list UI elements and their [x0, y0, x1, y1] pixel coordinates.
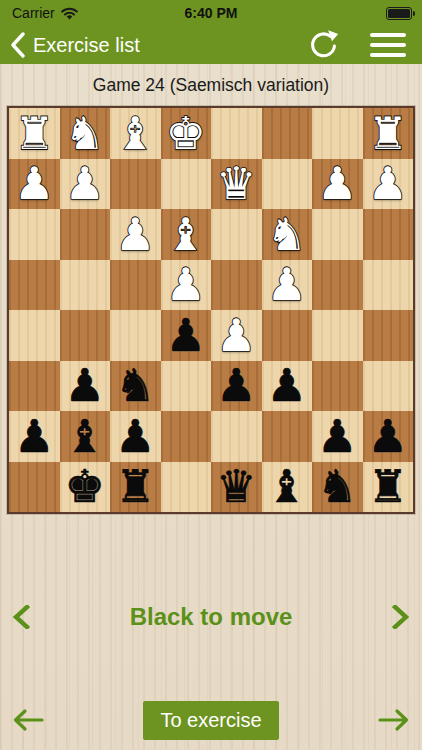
- piece-black-queen: ♛: [211, 462, 262, 513]
- square[interactable]: [262, 108, 313, 159]
- next-chevron-icon: [392, 605, 409, 629]
- square[interactable]: [60, 209, 111, 260]
- footer-bar: To exercise: [0, 694, 422, 746]
- square[interactable]: ♟: [262, 260, 313, 311]
- refresh-button[interactable]: [307, 29, 340, 62]
- status-bar: Carrier 6:40 PM: [0, 0, 422, 24]
- square[interactable]: [312, 310, 363, 361]
- navigation-bar: Exercise list: [0, 24, 422, 66]
- piece-white-rook: ♜: [363, 108, 414, 159]
- piece-white-pawn: ♟: [211, 310, 262, 361]
- piece-white-knight: ♞: [60, 108, 111, 159]
- piece-black-king: ♚: [60, 462, 111, 513]
- square[interactable]: ♟: [312, 159, 363, 210]
- square[interactable]: [60, 310, 111, 361]
- square[interactable]: [363, 209, 414, 260]
- square[interactable]: [9, 260, 60, 311]
- square[interactable]: ♟: [110, 209, 161, 260]
- move-navigation: Black to move: [0, 596, 422, 638]
- square[interactable]: ♞: [312, 462, 363, 513]
- square[interactable]: [110, 260, 161, 311]
- piece-white-bishop: ♝: [161, 209, 212, 260]
- square[interactable]: ♟: [110, 411, 161, 462]
- square[interactable]: [363, 361, 414, 412]
- piece-white-queen: ♛: [211, 159, 262, 210]
- piece-black-pawn: ♟: [9, 411, 60, 462]
- square[interactable]: ♚: [161, 108, 212, 159]
- square[interactable]: ♝: [110, 108, 161, 159]
- piece-white-pawn: ♟: [110, 209, 161, 260]
- piece-black-knight: ♞: [110, 361, 161, 412]
- square[interactable]: ♜: [9, 108, 60, 159]
- square[interactable]: ♟: [60, 159, 111, 210]
- prev-arrow-icon: [12, 706, 44, 734]
- square[interactable]: ♝: [262, 462, 313, 513]
- square[interactable]: ♟: [60, 361, 111, 412]
- square[interactable]: [110, 159, 161, 210]
- square[interactable]: ♟: [9, 159, 60, 210]
- next-arrow-icon: [378, 706, 410, 734]
- piece-white-pawn: ♟: [262, 260, 313, 311]
- square[interactable]: ♜: [363, 462, 414, 513]
- previous-move-button[interactable]: [13, 605, 30, 629]
- square[interactable]: [211, 209, 262, 260]
- square[interactable]: [9, 462, 60, 513]
- piece-black-bishop: ♝: [262, 462, 313, 513]
- battery-icon: [386, 7, 412, 20]
- square[interactable]: [161, 159, 212, 210]
- piece-white-pawn: ♟: [363, 159, 414, 210]
- piece-black-pawn: ♟: [211, 361, 262, 412]
- back-button[interactable]: Exercise list: [10, 32, 140, 58]
- square[interactable]: [262, 310, 313, 361]
- prev-chevron-icon: [13, 605, 30, 629]
- square[interactable]: ♛: [211, 159, 262, 210]
- piece-black-rook: ♜: [363, 462, 414, 513]
- square[interactable]: [312, 260, 363, 311]
- top-bars: Carrier 6:40 PM: [0, 0, 422, 64]
- hamburger-menu-button[interactable]: [370, 33, 406, 57]
- piece-white-pawn: ♟: [312, 159, 363, 210]
- piece-black-bishop: ♝: [60, 411, 111, 462]
- app-screen: Carrier 6:40 PM: [0, 0, 422, 750]
- square[interactable]: ♝: [161, 209, 212, 260]
- back-button-label: Exercise list: [33, 34, 140, 57]
- piece-black-pawn: ♟: [60, 361, 111, 412]
- square[interactable]: ♜: [363, 108, 414, 159]
- square[interactable]: [211, 260, 262, 311]
- square[interactable]: [211, 108, 262, 159]
- piece-black-pawn: ♟: [262, 361, 313, 412]
- square[interactable]: [211, 411, 262, 462]
- next-exercise-button[interactable]: [378, 706, 410, 734]
- square[interactable]: ♟: [9, 411, 60, 462]
- next-move-button[interactable]: [392, 605, 409, 629]
- square[interactable]: [161, 411, 212, 462]
- square[interactable]: ♟: [312, 411, 363, 462]
- square[interactable]: ♟: [161, 310, 212, 361]
- piece-black-rook: ♜: [110, 462, 161, 513]
- square[interactable]: [161, 361, 212, 412]
- square[interactable]: ♟: [262, 361, 313, 412]
- square[interactable]: [161, 462, 212, 513]
- piece-white-pawn: ♟: [60, 159, 111, 210]
- square[interactable]: [110, 310, 161, 361]
- square[interactable]: [9, 361, 60, 412]
- square[interactable]: [363, 260, 414, 311]
- square[interactable]: [9, 209, 60, 260]
- square[interactable]: [312, 361, 363, 412]
- to-exercise-button[interactable]: To exercise: [143, 701, 278, 740]
- piece-white-pawn: ♟: [9, 159, 60, 210]
- page-title: Game 24 (Saemisch variation): [0, 64, 422, 106]
- square[interactable]: [9, 310, 60, 361]
- square[interactable]: ♜: [110, 462, 161, 513]
- square[interactable]: ♝: [60, 411, 111, 462]
- chess-board: ♜♞♝♚♜♟♟♛♟♟♟♝♞♟♟♟♟♟♞♟♟♟♝♟♟♟♚♜♛♝♞♜: [7, 106, 415, 514]
- square[interactable]: [312, 209, 363, 260]
- square[interactable]: ♚: [60, 462, 111, 513]
- square[interactable]: ♞: [60, 108, 111, 159]
- square[interactable]: ♛: [211, 462, 262, 513]
- piece-black-pawn: ♟: [110, 411, 161, 462]
- square[interactable]: ♟: [161, 260, 212, 311]
- back-chevron-icon: [10, 32, 26, 58]
- piece-white-pawn: ♟: [161, 260, 212, 311]
- status-time: 6:40 PM: [0, 5, 422, 21]
- piece-black-knight: ♞: [312, 462, 363, 513]
- piece-white-knight: ♞: [262, 209, 313, 260]
- piece-white-bishop: ♝: [110, 108, 161, 159]
- square[interactable]: [60, 260, 111, 311]
- square[interactable]: ♟: [363, 411, 414, 462]
- square[interactable]: [363, 310, 414, 361]
- piece-black-pawn: ♟: [363, 411, 414, 462]
- square[interactable]: ♟: [363, 159, 414, 210]
- square[interactable]: ♞: [262, 209, 313, 260]
- piece-white-rook: ♜: [9, 108, 60, 159]
- turn-indicator: Black to move: [0, 603, 422, 631]
- piece-white-king: ♚: [161, 108, 212, 159]
- square[interactable]: [312, 108, 363, 159]
- square[interactable]: ♟: [211, 361, 262, 412]
- piece-black-pawn: ♟: [312, 411, 363, 462]
- square[interactable]: [262, 411, 313, 462]
- square[interactable]: ♟: [211, 310, 262, 361]
- square[interactable]: ♞: [110, 361, 161, 412]
- square[interactable]: [262, 159, 313, 210]
- previous-exercise-button[interactable]: [12, 706, 44, 734]
- piece-black-pawn: ♟: [161, 310, 212, 361]
